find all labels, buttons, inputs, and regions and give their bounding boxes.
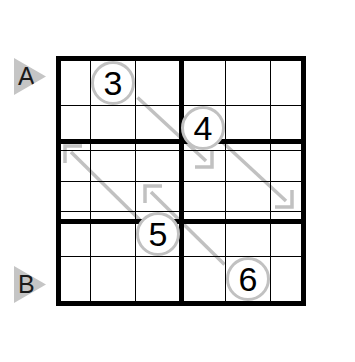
cell-r5c3: 5 (136, 212, 181, 257)
cell-r6c1 (61, 257, 91, 301)
cell-r6c6 (271, 257, 301, 301)
cell-r2c6 (271, 106, 301, 151)
cell-r3c6 (271, 151, 301, 182)
given-circle: 6 (226, 257, 270, 301)
sudoku-board: 3456 (56, 56, 306, 306)
cell-r2c3 (136, 106, 181, 151)
cell-r4c4 (181, 182, 226, 213)
cell-r6c3 (136, 257, 181, 301)
cell-r6c2 (91, 257, 136, 301)
given-circle: 5 (136, 212, 180, 256)
cell-r1c6 (271, 61, 301, 106)
cell-r6c4 (181, 257, 226, 301)
puzzle-canvas: 3456 A B (0, 0, 355, 362)
cell-r1c1 (61, 61, 91, 106)
cell-r4c1 (61, 182, 91, 213)
cell-r4c3 (136, 182, 181, 213)
cell-r3c1 (61, 151, 91, 182)
cell-r4c2 (91, 182, 136, 213)
cell-r2c1 (61, 106, 91, 151)
cell-r3c2 (91, 151, 136, 182)
given-digit: 6 (239, 262, 258, 296)
given-digit: 3 (104, 66, 123, 100)
cell-r2c2 (91, 106, 136, 151)
box-border-horizontal-1 (61, 139, 301, 144)
cell-r2c5 (226, 106, 271, 151)
box-border-horizontal-2 (61, 219, 301, 224)
given-circle: 3 (91, 61, 135, 105)
cell-r4c6 (271, 182, 301, 213)
cell-r3c4 (181, 151, 226, 182)
cell-r1c5 (226, 61, 271, 106)
cell-r3c3 (136, 151, 181, 182)
given-circle: 4 (181, 106, 225, 150)
given-digit: 4 (194, 111, 213, 145)
cell-r1c4 (181, 61, 226, 106)
cell-r1c3 (136, 61, 181, 106)
cell-r2c4: 4 (181, 106, 226, 151)
given-digit: 5 (149, 217, 168, 251)
cell-r3c5 (226, 151, 271, 182)
cell-r6c5: 6 (226, 257, 271, 301)
cell-r1c2: 3 (91, 61, 136, 106)
cell-r4c5 (226, 182, 271, 213)
box-border-vertical (179, 61, 184, 301)
